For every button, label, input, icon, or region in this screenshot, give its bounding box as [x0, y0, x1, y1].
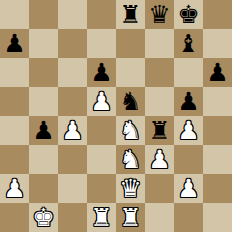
square-g8[interactable]: ♚: [174, 0, 203, 29]
piece-black-queen[interactable]: ♛: [148, 0, 170, 29]
square-a4[interactable]: [0, 116, 29, 145]
square-c3[interactable]: [58, 145, 87, 174]
piece-black-rook[interactable]: ♜: [148, 116, 170, 145]
square-d2[interactable]: [87, 174, 116, 203]
square-h1[interactable]: [203, 203, 232, 232]
piece-black-pawn[interactable]: ♟: [32, 116, 54, 145]
piece-black-pawn[interactable]: ♟: [177, 87, 199, 116]
square-c2[interactable]: [58, 174, 87, 203]
square-d4[interactable]: [87, 116, 116, 145]
square-c6[interactable]: [58, 58, 87, 87]
square-h5[interactable]: [203, 87, 232, 116]
piece-white-pawn[interactable]: ♟: [90, 87, 112, 116]
square-b8[interactable]: [29, 0, 58, 29]
square-e2[interactable]: ♛: [116, 174, 145, 203]
square-a7[interactable]: ♟: [0, 29, 29, 58]
square-e7[interactable]: [116, 29, 145, 58]
square-h8[interactable]: [203, 0, 232, 29]
piece-white-pawn[interactable]: ♟: [177, 174, 199, 203]
square-b6[interactable]: [29, 58, 58, 87]
square-f2[interactable]: [145, 174, 174, 203]
square-g1[interactable]: [174, 203, 203, 232]
square-e1[interactable]: ♜: [116, 203, 145, 232]
piece-white-knight[interactable]: ♞: [119, 116, 141, 145]
square-h7[interactable]: [203, 29, 232, 58]
square-g3[interactable]: [174, 145, 203, 174]
square-c1[interactable]: [58, 203, 87, 232]
square-b7[interactable]: [29, 29, 58, 58]
piece-white-king[interactable]: ♚: [32, 203, 54, 232]
chess-board: ♜♛♚♟♝♟♟♟♞♟♟♟♞♜♟♞♟♟♛♟♚♜♜: [0, 0, 232, 232]
square-d7[interactable]: [87, 29, 116, 58]
square-e3[interactable]: ♞: [116, 145, 145, 174]
square-b4[interactable]: ♟: [29, 116, 58, 145]
piece-white-rook[interactable]: ♜: [119, 203, 141, 232]
piece-white-pawn[interactable]: ♟: [177, 116, 199, 145]
square-e5[interactable]: ♞: [116, 87, 145, 116]
square-h3[interactable]: [203, 145, 232, 174]
square-f7[interactable]: [145, 29, 174, 58]
piece-white-rook[interactable]: ♜: [90, 203, 112, 232]
square-b5[interactable]: [29, 87, 58, 116]
square-a2[interactable]: ♟: [0, 174, 29, 203]
square-b2[interactable]: [29, 174, 58, 203]
square-c7[interactable]: [58, 29, 87, 58]
square-f6[interactable]: [145, 58, 174, 87]
square-a1[interactable]: [0, 203, 29, 232]
square-a5[interactable]: [0, 87, 29, 116]
piece-white-pawn[interactable]: ♟: [148, 145, 170, 174]
square-c8[interactable]: [58, 0, 87, 29]
piece-white-pawn[interactable]: ♟: [3, 174, 25, 203]
square-h2[interactable]: [203, 174, 232, 203]
square-g4[interactable]: ♟: [174, 116, 203, 145]
square-g7[interactable]: ♝: [174, 29, 203, 58]
square-g5[interactable]: ♟: [174, 87, 203, 116]
piece-black-king[interactable]: ♚: [177, 0, 199, 29]
square-e6[interactable]: [116, 58, 145, 87]
square-g2[interactable]: ♟: [174, 174, 203, 203]
square-c4[interactable]: ♟: [58, 116, 87, 145]
square-g6[interactable]: [174, 58, 203, 87]
square-d3[interactable]: [87, 145, 116, 174]
piece-black-rook[interactable]: ♜: [119, 0, 141, 29]
square-b3[interactable]: [29, 145, 58, 174]
square-f3[interactable]: ♟: [145, 145, 174, 174]
square-d8[interactable]: [87, 0, 116, 29]
piece-white-pawn[interactable]: ♟: [61, 116, 83, 145]
square-d5[interactable]: ♟: [87, 87, 116, 116]
square-f4[interactable]: ♜: [145, 116, 174, 145]
square-c5[interactable]: [58, 87, 87, 116]
square-f8[interactable]: ♛: [145, 0, 174, 29]
square-h6[interactable]: ♟: [203, 58, 232, 87]
piece-black-pawn[interactable]: ♟: [3, 29, 25, 58]
square-f1[interactable]: [145, 203, 174, 232]
square-d6[interactable]: ♟: [87, 58, 116, 87]
square-e8[interactable]: ♜: [116, 0, 145, 29]
piece-black-knight[interactable]: ♞: [119, 87, 141, 116]
piece-white-knight[interactable]: ♞: [119, 145, 141, 174]
square-a6[interactable]: [0, 58, 29, 87]
piece-white-queen[interactable]: ♛: [119, 174, 141, 203]
square-b1[interactable]: ♚: [29, 203, 58, 232]
square-a8[interactable]: [0, 0, 29, 29]
square-f5[interactable]: [145, 87, 174, 116]
square-h4[interactable]: [203, 116, 232, 145]
square-d1[interactable]: ♜: [87, 203, 116, 232]
piece-black-bishop[interactable]: ♝: [177, 29, 199, 58]
square-a3[interactable]: [0, 145, 29, 174]
piece-black-pawn[interactable]: ♟: [206, 58, 228, 87]
piece-black-pawn[interactable]: ♟: [90, 58, 112, 87]
square-e4[interactable]: ♞: [116, 116, 145, 145]
